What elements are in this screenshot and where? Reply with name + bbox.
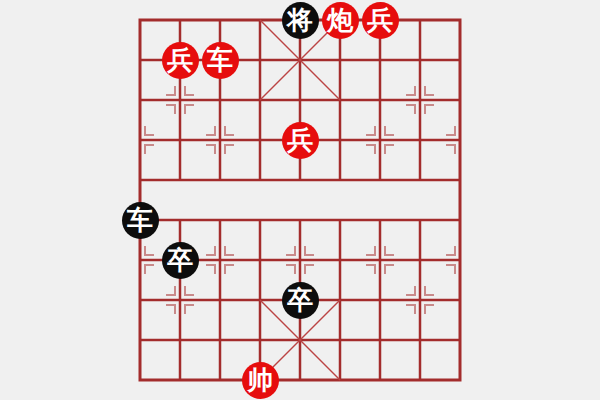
piece-black-chariot[interactable]: 车 (122, 202, 159, 239)
xiangqi-board: 将炮兵兵车兵车卒卒帅 (0, 0, 600, 400)
board-grid (0, 0, 600, 400)
piece-black-soldier[interactable]: 卒 (162, 242, 199, 279)
xiangqi-screen: 将炮兵兵车兵车卒卒帅 (0, 0, 600, 400)
piece-red-soldier[interactable]: 兵 (362, 2, 399, 39)
piece-red-chariot[interactable]: 车 (202, 42, 239, 79)
piece-black-general[interactable]: 将 (282, 2, 319, 39)
piece-red-soldier[interactable]: 兵 (282, 122, 319, 159)
piece-red-soldier[interactable]: 兵 (162, 42, 199, 79)
piece-red-cannon[interactable]: 炮 (322, 2, 359, 39)
piece-black-soldier[interactable]: 卒 (282, 282, 319, 319)
piece-red-general[interactable]: 帅 (242, 362, 279, 399)
